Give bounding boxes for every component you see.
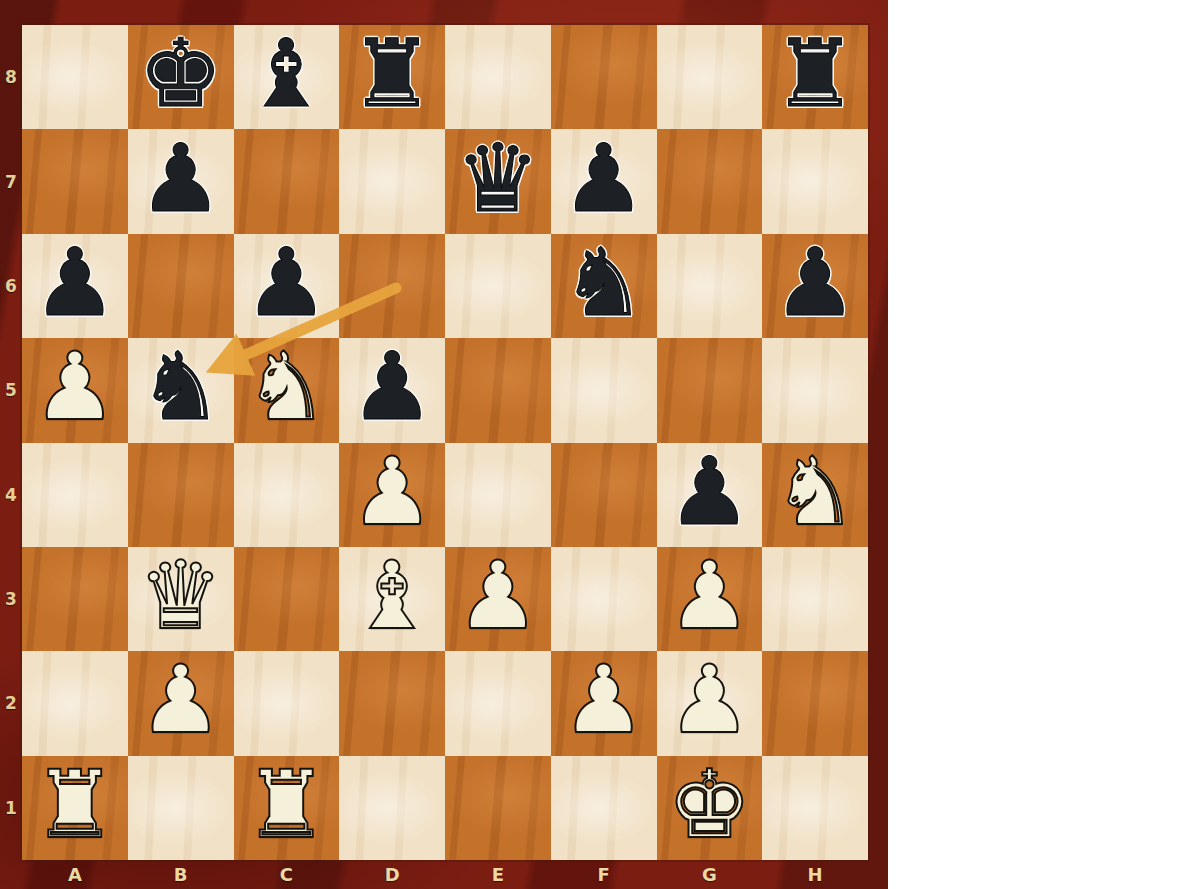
black-pawn-g4: ♟ <box>667 445 751 539</box>
file-label-h: H <box>762 860 868 889</box>
square-e1[interactable] <box>445 756 551 860</box>
square-e5[interactable] <box>445 338 551 442</box>
square-f8[interactable] <box>551 25 657 129</box>
square-b5[interactable]: ♞ <box>128 338 234 442</box>
square-d6[interactable] <box>339 234 445 338</box>
square-a3[interactable] <box>22 547 128 651</box>
white-pawn-f2: ♟ <box>561 653 645 747</box>
square-h2[interactable] <box>762 651 868 755</box>
square-e3[interactable]: ♟ <box>445 547 551 651</box>
square-c1[interactable]: ♜ <box>234 756 340 860</box>
square-f7[interactable]: ♟ <box>551 129 657 233</box>
rank-label-4: 4 <box>0 443 22 547</box>
square-g3[interactable]: ♟ <box>657 547 763 651</box>
square-d2[interactable] <box>339 651 445 755</box>
square-a2[interactable] <box>22 651 128 755</box>
white-queen-b3: ♛ <box>138 549 222 643</box>
square-c8[interactable]: ♝ <box>234 25 340 129</box>
black-pawn-h6: ♟ <box>773 236 857 330</box>
rank-label-1: 1 <box>0 756 22 860</box>
square-a7[interactable] <box>22 129 128 233</box>
square-f5[interactable] <box>551 338 657 442</box>
square-h8[interactable]: ♜ <box>762 25 868 129</box>
black-pawn-d5: ♟ <box>350 340 434 434</box>
white-pawn-d4: ♟ <box>350 445 434 539</box>
square-c6[interactable]: ♟ <box>234 234 340 338</box>
square-b8[interactable]: ♚ <box>128 25 234 129</box>
black-pawn-f7: ♟ <box>561 132 645 226</box>
file-label-f: F <box>551 860 657 889</box>
black-pawn-a6: ♟ <box>33 236 117 330</box>
white-knight-h4: ♞ <box>773 445 857 539</box>
square-b2[interactable]: ♟ <box>128 651 234 755</box>
square-a1[interactable]: ♜ <box>22 756 128 860</box>
square-b4[interactable] <box>128 443 234 547</box>
square-e8[interactable] <box>445 25 551 129</box>
square-d3[interactable]: ♝ <box>339 547 445 651</box>
square-b6[interactable] <box>128 234 234 338</box>
white-rook-c1: ♜ <box>244 758 328 852</box>
black-rook-d8: ♜ <box>350 27 434 121</box>
black-king-b8: ♚ <box>138 27 222 121</box>
square-h5[interactable] <box>762 338 868 442</box>
white-pawn-b2: ♟ <box>138 653 222 747</box>
square-g1[interactable]: ♚ <box>657 756 763 860</box>
white-pawn-e3: ♟ <box>456 549 540 643</box>
square-g4[interactable]: ♟ <box>657 443 763 547</box>
square-a5[interactable]: ♟ <box>22 338 128 442</box>
white-pawn-a5: ♟ <box>33 340 117 434</box>
file-label-a: A <box>22 860 128 889</box>
square-c7[interactable] <box>234 129 340 233</box>
square-h1[interactable] <box>762 756 868 860</box>
file-label-g: G <box>657 860 763 889</box>
square-f3[interactable] <box>551 547 657 651</box>
square-d7[interactable] <box>339 129 445 233</box>
square-e2[interactable] <box>445 651 551 755</box>
square-b1[interactable] <box>128 756 234 860</box>
black-knight-f6: ♞ <box>561 236 645 330</box>
square-c4[interactable] <box>234 443 340 547</box>
square-g8[interactable] <box>657 25 763 129</box>
rank-label-2: 2 <box>0 651 22 755</box>
rank-labels: 87654321 <box>0 25 22 860</box>
square-h3[interactable] <box>762 547 868 651</box>
square-f1[interactable] <box>551 756 657 860</box>
square-h4[interactable]: ♞ <box>762 443 868 547</box>
square-d1[interactable] <box>339 756 445 860</box>
square-c2[interactable] <box>234 651 340 755</box>
rank-label-8: 8 <box>0 25 22 129</box>
square-f6[interactable]: ♞ <box>551 234 657 338</box>
square-d5[interactable]: ♟ <box>339 338 445 442</box>
chessboard: 87654321 ABCDEFGH ♚♝♜♜♟♛♟♟♟♞♟♟♞♞♟♟♟♞♛♝♟♟… <box>0 0 888 889</box>
square-d8[interactable]: ♜ <box>339 25 445 129</box>
square-c5[interactable]: ♞ <box>234 338 340 442</box>
file-label-d: D <box>339 860 445 889</box>
square-a6[interactable]: ♟ <box>22 234 128 338</box>
square-b3[interactable]: ♛ <box>128 547 234 651</box>
white-bishop-d3: ♝ <box>350 549 434 643</box>
black-pawn-c6: ♟ <box>244 236 328 330</box>
black-bishop-c8: ♝ <box>244 27 328 121</box>
square-g7[interactable] <box>657 129 763 233</box>
white-rook-a1: ♜ <box>33 758 117 852</box>
square-e6[interactable] <box>445 234 551 338</box>
square-e4[interactable] <box>445 443 551 547</box>
square-d4[interactable]: ♟ <box>339 443 445 547</box>
white-king-g1: ♚ <box>667 758 751 852</box>
file-label-b: B <box>128 860 234 889</box>
square-a4[interactable] <box>22 443 128 547</box>
rank-label-7: 7 <box>0 129 22 233</box>
file-label-e: E <box>445 860 551 889</box>
rank-label-6: 6 <box>0 234 22 338</box>
square-g6[interactable] <box>657 234 763 338</box>
black-knight-b5: ♞ <box>138 340 222 434</box>
file-labels: ABCDEFGH <box>22 860 868 889</box>
white-knight-c5: ♞ <box>244 340 328 434</box>
board-grid: ♚♝♜♜♟♛♟♟♟♞♟♟♞♞♟♟♟♞♛♝♟♟♟♟♟♜♜♚ <box>22 25 868 860</box>
black-rook-h8: ♜ <box>773 27 857 121</box>
rank-label-3: 3 <box>0 547 22 651</box>
square-g5[interactable] <box>657 338 763 442</box>
black-queen-e7: ♛ <box>456 132 540 226</box>
square-a8[interactable] <box>22 25 128 129</box>
square-h7[interactable] <box>762 129 868 233</box>
white-pawn-g3: ♟ <box>667 549 751 643</box>
white-pawn-g2: ♟ <box>667 653 751 747</box>
square-f2[interactable]: ♟ <box>551 651 657 755</box>
rank-label-5: 5 <box>0 338 22 442</box>
black-pawn-b7: ♟ <box>138 132 222 226</box>
square-h6[interactable]: ♟ <box>762 234 868 338</box>
square-f4[interactable] <box>551 443 657 547</box>
file-label-c: C <box>234 860 340 889</box>
square-c3[interactable] <box>234 547 340 651</box>
square-e7[interactable]: ♛ <box>445 129 551 233</box>
square-b7[interactable]: ♟ <box>128 129 234 233</box>
square-g2[interactable]: ♟ <box>657 651 763 755</box>
